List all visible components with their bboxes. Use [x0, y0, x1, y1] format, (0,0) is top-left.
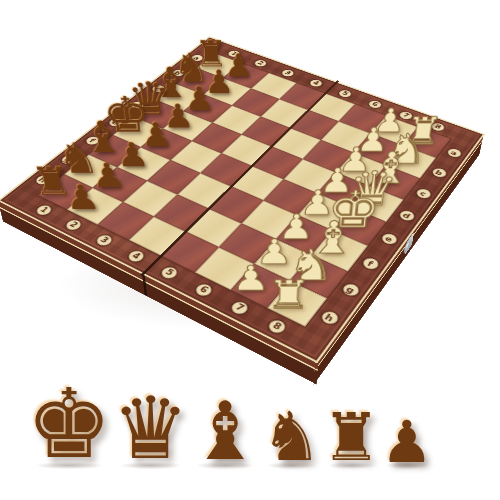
coordinate-label: f — [83, 135, 101, 146]
display-piece-queen: ♛ — [112, 388, 189, 470]
coordinate-label: 4 — [308, 78, 324, 87]
display-piece-bishop: ♝ — [189, 394, 261, 470]
coordinate-label: g — [59, 154, 77, 165]
coordinate-label: a — [445, 147, 462, 158]
coordinate-label: c — [150, 84, 166, 93]
display-piece-knight: ♞ — [261, 405, 322, 470]
coordinate-label: b — [430, 167, 448, 179]
coordinate-label: 4 — [126, 249, 147, 263]
coordinate-label: a — [189, 54, 205, 62]
coordinate-label: e — [107, 117, 124, 127]
coordinate-label: b — [170, 68, 186, 77]
coordinate-label: 8 — [430, 122, 446, 132]
coordinate-label: 3 — [280, 68, 296, 77]
coordinate-label: f — [360, 256, 380, 271]
coordinate-label: g — [340, 282, 361, 298]
coordinate-label: 6 — [194, 282, 215, 298]
product-photo: 12345678 12345678 abcdefgh abcdefgh ♜♟♟♜… — [0, 0, 500, 500]
coordinate-label: 5 — [159, 265, 180, 280]
coordinate-label: 5 — [337, 89, 353, 98]
coordinate-label: d — [397, 209, 416, 222]
coordinate-label: 1 — [34, 203, 54, 216]
coordinate-label: 7 — [229, 299, 250, 315]
frame-rank-labels-back: 12345678 — [216, 45, 458, 137]
coordinate-label: 2 — [253, 59, 269, 68]
display-piece-rook: ♜ — [322, 407, 381, 470]
display-piece-pawn: ♟ — [381, 415, 433, 470]
coordinate-label: 7 — [398, 110, 414, 120]
display-piece-king: ♚ — [26, 379, 112, 470]
coordinate-label: 6 — [367, 99, 383, 109]
coordinate-label: c — [414, 187, 432, 199]
coordinate-label: d — [129, 100, 146, 110]
coordinate-label: 1 — [227, 49, 242, 57]
coordinate-label: e — [379, 232, 398, 246]
display-pieces-row: ♚♛♝♞♜♟ — [26, 318, 432, 470]
coordinate-label: 2 — [64, 218, 84, 231]
coordinate-label: 3 — [94, 233, 114, 247]
